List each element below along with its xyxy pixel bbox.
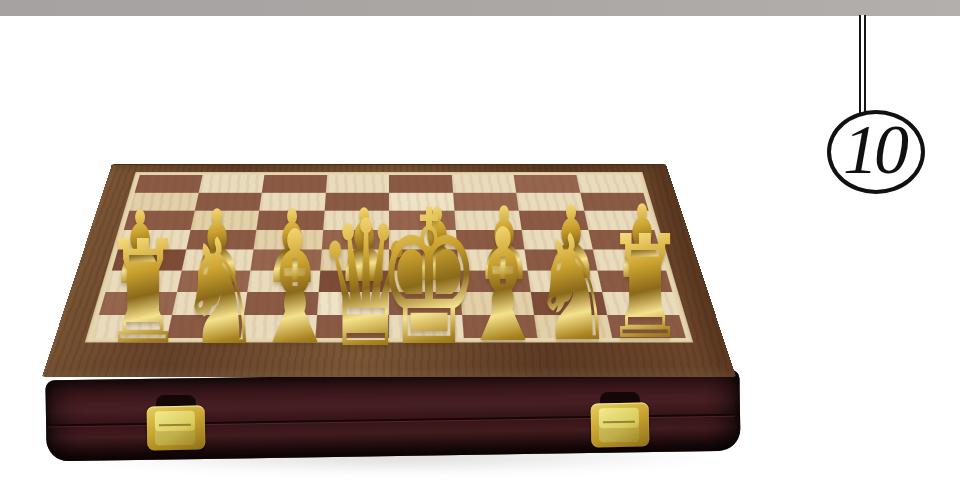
square-d5 (321, 230, 389, 250)
square-e4 (389, 249, 458, 270)
square-b3 (176, 270, 250, 292)
square-c7 (259, 192, 325, 210)
square-h7 (580, 192, 649, 210)
square-h1 (606, 315, 685, 339)
square-g4 (524, 249, 596, 270)
square-d4 (320, 249, 389, 270)
square-c8 (262, 175, 327, 192)
square-d8 (325, 175, 389, 192)
square-a5 (118, 230, 190, 250)
square-a3 (106, 270, 182, 292)
left-latch-icon (147, 405, 206, 450)
square-a7 (129, 192, 198, 210)
square-f2 (460, 292, 534, 315)
square-f1 (461, 315, 537, 339)
square-d2 (317, 292, 389, 315)
square-h4 (592, 249, 666, 270)
square-c3 (247, 270, 319, 292)
square-g8 (514, 175, 580, 192)
square-a6 (124, 211, 194, 230)
square-e2 (389, 292, 461, 315)
square-f8 (451, 175, 516, 192)
square-b6 (190, 211, 259, 230)
chess-board-wrap (39, 164, 739, 378)
square-g7 (516, 192, 584, 210)
square-f7 (453, 192, 519, 210)
square-b5 (186, 230, 257, 250)
square-d3 (318, 270, 389, 292)
square-a4 (112, 249, 186, 270)
square-d6 (323, 211, 389, 230)
square-b2 (172, 292, 248, 315)
square-b1 (166, 315, 244, 339)
square-a1 (92, 315, 171, 339)
square-g3 (528, 270, 602, 292)
square-g2 (531, 292, 607, 315)
square-b7 (194, 192, 262, 210)
square-f3 (458, 270, 530, 292)
square-c2 (244, 292, 318, 315)
square-g5 (522, 230, 593, 250)
square-a8 (135, 175, 202, 192)
square-e6 (389, 211, 455, 230)
left-latch-plate (155, 411, 196, 446)
square-h2 (602, 292, 679, 315)
board-grid (92, 175, 686, 338)
square-c5 (254, 230, 323, 250)
square-g6 (519, 211, 588, 230)
square-e3 (389, 270, 460, 292)
square-e7 (389, 192, 454, 210)
square-c6 (256, 211, 324, 230)
square-e5 (389, 230, 457, 250)
square-d7 (324, 192, 389, 210)
right-latch-icon (591, 402, 650, 447)
square-f5 (455, 230, 524, 250)
square-f6 (454, 211, 522, 230)
square-b4 (181, 249, 253, 270)
chess-set-photo: ♟♟♟♟♟♟♟♟♜♞♝♛♚♝♞♜ (0, 0, 960, 500)
square-h6 (584, 211, 654, 230)
chess-board (42, 164, 736, 377)
square-b8 (198, 175, 264, 192)
square-e1 (389, 315, 463, 339)
square-h8 (576, 175, 643, 192)
square-c1 (241, 315, 317, 339)
square-a2 (99, 292, 176, 315)
square-h5 (588, 230, 660, 250)
right-latch-plate (599, 408, 640, 443)
board-maple-border (85, 172, 693, 342)
square-e8 (389, 175, 453, 192)
square-c4 (250, 249, 321, 270)
square-f4 (457, 249, 528, 270)
square-d1 (315, 315, 389, 339)
square-h3 (597, 270, 673, 292)
square-g1 (534, 315, 612, 339)
